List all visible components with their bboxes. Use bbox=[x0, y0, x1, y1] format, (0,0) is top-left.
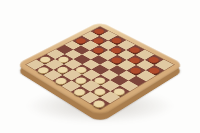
photo-background: ●●●●●●●●●●●●●●●●●●●●●●●● bbox=[0, 0, 200, 133]
light-piece[interactable]: ● bbox=[37, 54, 55, 64]
